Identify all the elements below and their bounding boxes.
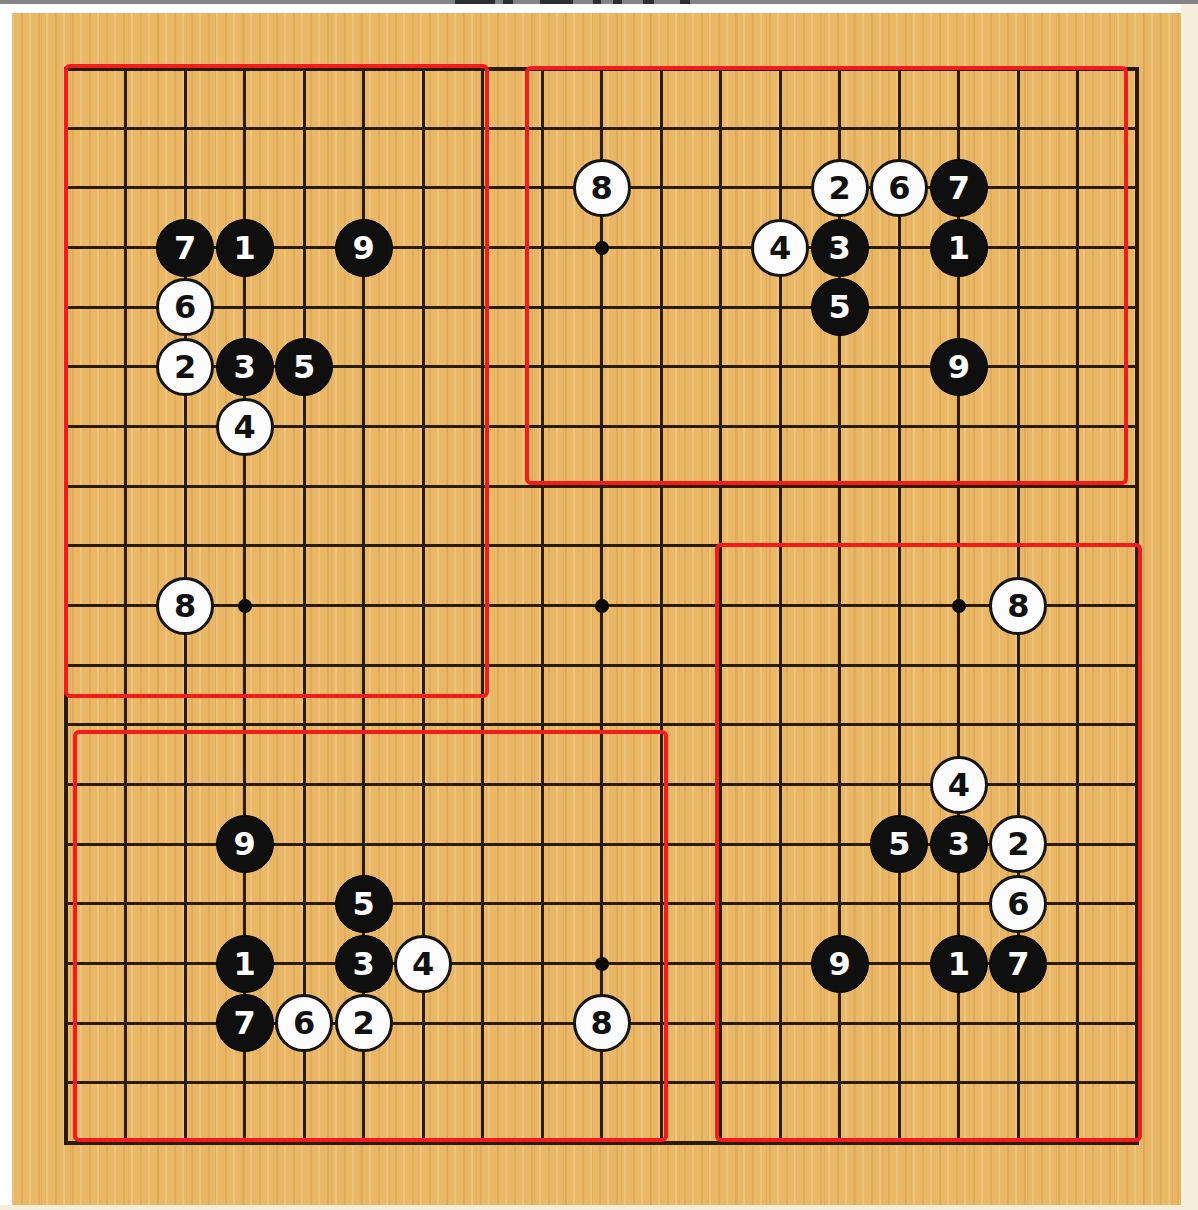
stone-bottom-left-black-7: 7 bbox=[216, 994, 274, 1052]
stone-top-right-black-7: 7 bbox=[930, 159, 988, 217]
cropped-title-fragment bbox=[540, 0, 573, 4]
highlight-box-bottom-right bbox=[715, 543, 1142, 1142]
stone-top-right-black-9: 9 bbox=[930, 338, 988, 396]
bottom-page-margin bbox=[0, 1205, 1198, 1210]
stone-top-right-black-5: 5 bbox=[811, 278, 869, 336]
cropped-title-fragment bbox=[643, 0, 654, 4]
page: 123456789123456789123456789123456789 bbox=[0, 0, 1198, 1210]
stone-bottom-left-white-8: 8 bbox=[573, 994, 631, 1052]
stone-bottom-right-white-4: 4 bbox=[930, 756, 988, 814]
star-point bbox=[595, 599, 609, 613]
stone-bottom-right-black-9: 9 bbox=[811, 935, 869, 993]
stone-top-left-black-1: 1 bbox=[216, 219, 274, 277]
stone-top-right-white-8: 8 bbox=[573, 159, 631, 217]
stone-top-left-black-3: 3 bbox=[216, 338, 274, 396]
highlight-box-top-left bbox=[64, 64, 489, 698]
stone-bottom-left-white-6: 6 bbox=[275, 994, 333, 1052]
stone-top-right-black-1: 1 bbox=[930, 219, 988, 277]
stone-top-left-black-5: 5 bbox=[275, 338, 333, 396]
stone-bottom-right-white-6: 6 bbox=[989, 875, 1047, 933]
stone-bottom-right-white-8: 8 bbox=[989, 577, 1047, 635]
cropped-title-fragment bbox=[680, 0, 690, 4]
stone-bottom-right-black-1: 1 bbox=[930, 935, 988, 993]
stone-top-right-white-4: 4 bbox=[751, 219, 809, 277]
highlight-box-top-right bbox=[525, 66, 1128, 485]
stone-bottom-left-black-5: 5 bbox=[335, 875, 393, 933]
stone-bottom-right-black-7: 7 bbox=[989, 935, 1047, 993]
stone-top-right-black-3: 3 bbox=[811, 219, 869, 277]
right-page-margin bbox=[1181, 0, 1198, 1210]
stone-top-left-black-7: 7 bbox=[156, 219, 214, 277]
stone-bottom-left-black-1: 1 bbox=[216, 935, 274, 993]
stone-bottom-left-white-2: 2 bbox=[335, 994, 393, 1052]
go-board: 123456789123456789123456789123456789 bbox=[0, 0, 1198, 1210]
stone-top-left-white-2: 2 bbox=[156, 338, 214, 396]
stone-bottom-left-black-9: 9 bbox=[216, 815, 274, 873]
stone-top-left-white-4: 4 bbox=[216, 398, 274, 456]
stone-top-left-white-8: 8 bbox=[156, 577, 214, 635]
cropped-title-fragment bbox=[503, 0, 513, 4]
stone-bottom-left-black-3: 3 bbox=[335, 935, 393, 993]
stone-bottom-left-white-4: 4 bbox=[394, 935, 452, 993]
stone-top-right-white-2: 2 bbox=[811, 159, 869, 217]
cropped-title-fragment bbox=[593, 0, 601, 4]
stone-bottom-right-black-3: 3 bbox=[930, 815, 988, 873]
stone-top-left-black-9: 9 bbox=[335, 219, 393, 277]
stone-top-left-white-6: 6 bbox=[156, 278, 214, 336]
stone-top-right-white-6: 6 bbox=[870, 159, 928, 217]
cropped-title-fragment bbox=[455, 0, 495, 4]
cropped-title-fragment bbox=[613, 0, 622, 4]
